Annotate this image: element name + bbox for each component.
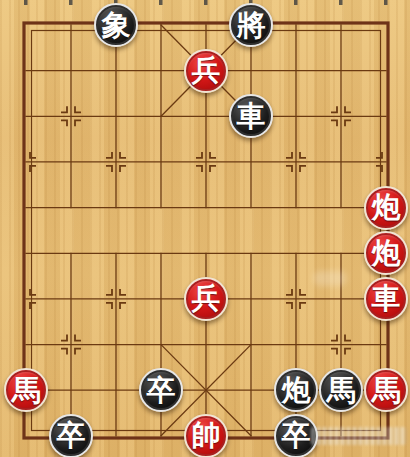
piece-black-soldier-b9[interactable]: 卒 (49, 414, 93, 457)
watermark-smudge (313, 271, 347, 286)
xiangqi-board: 象將兵車炮炮兵車馬卒炮馬馬卒帥卒 (0, 0, 410, 457)
piece-black-soldier-d8[interactable]: 卒 (139, 368, 183, 412)
piece-red-general-e9[interactable]: 帥 (184, 414, 228, 457)
piece-red-soldier-e6[interactable]: 兵 (184, 277, 228, 321)
piece-black-horse-h8[interactable]: 馬 (319, 368, 363, 412)
piece-black-cannon-g8[interactable]: 炮 (274, 368, 318, 412)
watermark (311, 427, 407, 445)
piece-black-general-f0[interactable]: 將 (229, 3, 273, 47)
piece-red-cannon-i5[interactable]: 炮 (364, 231, 408, 275)
piece-black-chariot-f2[interactable]: 車 (229, 94, 273, 138)
piece-red-horse-i8[interactable]: 馬 (364, 368, 408, 412)
piece-red-horse-a8[interactable]: 馬 (4, 368, 48, 412)
piece-red-chariot-i6[interactable]: 車 (364, 277, 408, 321)
piece-red-soldier-e1[interactable]: 兵 (184, 49, 228, 93)
piece-black-elephant-c0[interactable]: 象 (94, 3, 138, 47)
piece-red-cannon-i4[interactable]: 炮 (364, 186, 408, 230)
